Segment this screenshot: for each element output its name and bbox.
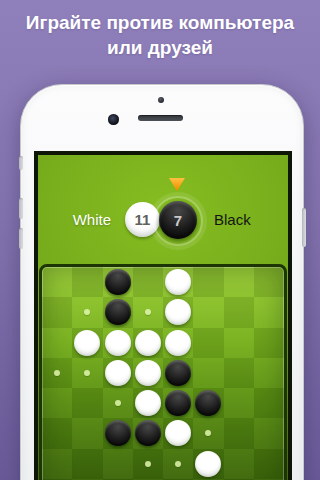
reversi-board <box>39 264 287 480</box>
board-cell[interactable] <box>193 328 223 358</box>
board-cell[interactable] <box>103 418 133 448</box>
black-piece <box>105 420 131 446</box>
white-piece <box>105 330 131 356</box>
move-hint-dot <box>145 309 151 315</box>
board-cell[interactable] <box>103 328 133 358</box>
board-cell[interactable] <box>42 449 72 479</box>
board-cell[interactable] <box>224 328 254 358</box>
board-cell[interactable] <box>133 267 163 297</box>
board-cell[interactable] <box>42 297 72 327</box>
white-piece <box>165 420 191 446</box>
board-cell[interactable] <box>72 418 102 448</box>
page-title-line2: или друзей <box>0 35 320 60</box>
move-hint-dot <box>175 461 181 467</box>
black-piece <box>195 390 221 416</box>
board-cell[interactable] <box>72 449 102 479</box>
white-player-label: White <box>38 209 111 231</box>
board-cell[interactable] <box>42 388 72 418</box>
board-cell[interactable] <box>133 449 163 479</box>
board-cell[interactable] <box>163 358 193 388</box>
move-hint-dot <box>115 400 121 406</box>
earpiece-speaker <box>138 115 183 121</box>
board-cell[interactable] <box>72 358 102 388</box>
page-title: Играйте против компьютера или друзей <box>0 10 320 60</box>
front-camera <box>108 114 119 125</box>
white-piece <box>135 390 161 416</box>
board-cell[interactable] <box>163 267 193 297</box>
board-cell[interactable] <box>42 267 72 297</box>
board-cell[interactable] <box>133 418 163 448</box>
board-cell[interactable] <box>254 388 284 418</box>
black-piece <box>135 420 161 446</box>
board-cell[interactable] <box>224 267 254 297</box>
volume-up-button <box>19 198 23 219</box>
board-cell[interactable] <box>163 418 193 448</box>
black-piece <box>165 360 191 386</box>
board-cell[interactable] <box>254 297 284 327</box>
black-score-counter: 7 <box>159 201 197 239</box>
white-piece <box>165 299 191 325</box>
white-piece <box>105 360 131 386</box>
app-store-screenshot: { "game": "reversi", "header": { "title_… <box>0 0 320 480</box>
white-piece <box>195 451 221 477</box>
board-cell[interactable] <box>72 267 102 297</box>
board-cell[interactable] <box>72 388 102 418</box>
power-button <box>302 208 306 247</box>
black-player-label: Black <box>214 209 251 231</box>
board-cell[interactable] <box>103 297 133 327</box>
black-score-value: 7 <box>174 212 182 229</box>
board-cell[interactable] <box>163 388 193 418</box>
white-piece <box>74 330 100 356</box>
board-cell[interactable] <box>254 449 284 479</box>
board-cell[interactable] <box>103 388 133 418</box>
board-cell[interactable] <box>254 358 284 388</box>
board-cell[interactable] <box>224 449 254 479</box>
phone-screen: White 11 7 Black <box>34 151 292 480</box>
game-screen: White 11 7 Black <box>38 155 288 480</box>
white-piece <box>165 269 191 295</box>
board-cell[interactable] <box>193 388 223 418</box>
board-cell[interactable] <box>224 388 254 418</box>
white-piece <box>135 360 161 386</box>
board-cell[interactable] <box>42 418 72 448</box>
white-piece <box>135 330 161 356</box>
move-hint-dot <box>54 370 60 376</box>
black-piece <box>105 269 131 295</box>
board-cell[interactable] <box>224 418 254 448</box>
board-cell[interactable] <box>193 449 223 479</box>
board-cell[interactable] <box>254 267 284 297</box>
board-cell[interactable] <box>133 297 163 327</box>
move-hint-dot <box>84 370 90 376</box>
board-cell[interactable] <box>42 328 72 358</box>
board-cell[interactable] <box>193 358 223 388</box>
proximity-sensor-icon <box>158 97 164 103</box>
board-grid <box>42 267 284 480</box>
board-cell[interactable] <box>254 418 284 448</box>
board-cell[interactable] <box>72 297 102 327</box>
board-cell[interactable] <box>193 418 223 448</box>
board-cell[interactable] <box>163 328 193 358</box>
move-hint-dot <box>145 461 151 467</box>
board-cell[interactable] <box>254 328 284 358</box>
board-cell[interactable] <box>224 358 254 388</box>
black-piece <box>105 299 131 325</box>
move-hint-dot <box>84 309 90 315</box>
move-hint-dot <box>205 430 211 436</box>
board-cell[interactable] <box>133 328 163 358</box>
white-piece <box>165 330 191 356</box>
board-cell[interactable] <box>163 297 193 327</box>
board-cell[interactable] <box>72 328 102 358</box>
board-cell[interactable] <box>103 358 133 388</box>
black-piece <box>165 390 191 416</box>
mute-switch <box>19 156 23 170</box>
board-cell[interactable] <box>224 297 254 327</box>
board-cell[interactable] <box>133 358 163 388</box>
board-cell[interactable] <box>193 297 223 327</box>
board-cell[interactable] <box>42 358 72 388</box>
board-cell[interactable] <box>163 449 193 479</box>
phone-mockup: White 11 7 Black <box>20 84 304 480</box>
board-cell[interactable] <box>133 388 163 418</box>
white-score-value: 11 <box>135 211 151 228</box>
volume-down-button <box>19 228 23 249</box>
board-cell[interactable] <box>103 449 133 479</box>
page-title-line1: Играйте против компьютера <box>0 10 320 35</box>
board-cell[interactable] <box>103 267 133 297</box>
board-cell[interactable] <box>193 267 223 297</box>
turn-indicator-triangle <box>169 178 185 191</box>
